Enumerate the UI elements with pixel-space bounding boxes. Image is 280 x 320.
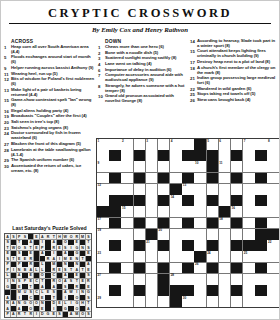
black-cell — [109, 263, 121, 274]
grid-cell[interactable] — [267, 263, 279, 274]
cell-number: 20 — [158, 228, 161, 232]
solution-letter-cell: S — [17, 251, 22, 256]
grid-cell[interactable] — [267, 251, 279, 262]
grid-cell[interactable] — [194, 184, 206, 195]
grid-cell[interactable] — [219, 173, 231, 184]
across-clue-list: 1Heap corn all over South American area … — [4, 45, 95, 174]
grid-cell[interactable] — [121, 251, 133, 262]
grid-cell[interactable] — [267, 296, 279, 307]
grid-cell[interactable]: 7 — [243, 139, 255, 150]
solution-grid: ASPSEARTHWORMSSTAIAOETTWOSTEPRESIGNSESEA… — [4, 233, 92, 318]
solution-letter-cell: E — [45, 290, 50, 295]
grid-cell[interactable] — [158, 184, 170, 195]
solution-letter-cell: P — [5, 312, 10, 317]
solution-letter-cell: L — [63, 301, 68, 306]
solution-black-cell — [80, 306, 85, 311]
black-cell — [182, 285, 194, 296]
grid-cell[interactable] — [219, 195, 231, 206]
solution-letter-cell: G — [74, 245, 79, 250]
grid-cell[interactable]: 10 — [194, 161, 206, 172]
black-cell — [134, 150, 146, 161]
grid-cell[interactable] — [231, 161, 243, 172]
clue-number: 11 — [4, 72, 11, 77]
grid-cell[interactable] — [134, 251, 146, 262]
solution-black-cell — [80, 284, 85, 289]
solution-black-cell — [68, 273, 73, 278]
clue-text: Accentuated the return of cakes, ice cre… — [11, 164, 95, 174]
clue-item: 15Court attendant keeps lighting fires c… — [190, 49, 278, 59]
puzzle-grid[interactable]: 1234567891011121314151617181920212223242… — [96, 138, 280, 308]
clue-text: Indian group possessing large medieval f… — [197, 76, 278, 86]
grid-cell[interactable] — [146, 173, 158, 184]
solution-black-cell — [80, 240, 85, 245]
grid-cell[interactable] — [219, 274, 231, 285]
grid-cell[interactable]: 12 — [97, 184, 109, 195]
grid-cell[interactable] — [231, 229, 243, 240]
cell-number: 4 — [171, 139, 173, 143]
grid-cell[interactable] — [109, 229, 121, 240]
clue-number: 2 — [98, 51, 105, 56]
grid-cell[interactable]: 18 — [219, 218, 231, 229]
grid-cell[interactable] — [194, 240, 206, 251]
solution-letter-cell: E — [57, 301, 62, 306]
solution-letter-cell: S — [22, 234, 27, 239]
solution-black-cell — [22, 251, 27, 256]
solution-letter-cell: P — [5, 267, 10, 272]
grid-cell[interactable] — [121, 263, 133, 274]
grid-cell[interactable] — [158, 161, 170, 172]
grid-cell[interactable]: 8 — [267, 139, 279, 150]
grid-cell[interactable] — [182, 139, 194, 150]
grid-cell[interactable] — [158, 251, 170, 262]
grid-cell[interactable]: 24 — [207, 251, 219, 262]
solution-black-cell — [86, 256, 91, 261]
solution-letter-cell: A — [63, 251, 68, 256]
clue-text: Heap corn all over South American area (… — [11, 45, 95, 55]
grid-cell[interactable] — [243, 195, 255, 206]
clue-text: Computer accessories around aide with au… — [105, 73, 187, 83]
grid-cell[interactable] — [267, 150, 279, 161]
grid-cell[interactable]: 26 — [194, 263, 206, 274]
grid-cell[interactable] — [207, 206, 219, 217]
black-cell — [109, 206, 121, 217]
black-cell — [231, 218, 243, 229]
grid-cell[interactable]: 3 — [146, 139, 158, 150]
grid-cell[interactable] — [121, 274, 133, 285]
grid-cell[interactable] — [231, 274, 243, 285]
grid-cell[interactable] — [182, 229, 194, 240]
clue-item: 24Doctor surrounded by fish in frozen wa… — [4, 131, 95, 141]
grid-cell[interactable] — [194, 206, 206, 217]
grid-cell[interactable] — [243, 218, 255, 229]
grid-cell[interactable] — [170, 161, 182, 172]
grid-cell[interactable] — [255, 161, 267, 172]
grid-cell[interactable] — [182, 161, 194, 172]
grid-cell[interactable] — [134, 139, 146, 150]
solution-black-cell — [22, 262, 27, 267]
grid-cell[interactable] — [243, 274, 255, 285]
solution-letter-cell: N — [80, 290, 85, 295]
clue-item: 14According to hearsay, Slade took part … — [190, 39, 278, 49]
solution-letter-cell: A — [40, 284, 45, 289]
grid-cell[interactable] — [194, 173, 206, 184]
clue-text: A church's first member of the clergy on… — [197, 66, 278, 76]
grid-cell[interactable] — [109, 139, 121, 150]
solution-letter-cell: T — [86, 240, 91, 245]
grid-cell[interactable] — [182, 251, 194, 262]
grid-cell[interactable] — [255, 139, 267, 150]
solution-letter-cell: G — [22, 301, 27, 306]
grid-cell[interactable] — [146, 296, 158, 307]
black-cell — [182, 195, 194, 206]
grid-cell[interactable]: 13 — [182, 184, 194, 195]
solution-letter-cell: I — [74, 290, 79, 295]
grid-cell[interactable] — [109, 161, 121, 172]
solution-letter-cell: T — [22, 312, 27, 317]
black-cell — [158, 218, 170, 229]
grid-cell[interactable] — [170, 229, 182, 240]
grid-cell[interactable] — [182, 274, 194, 285]
grid-cell[interactable]: 29 — [97, 296, 109, 307]
grid-cell[interactable] — [109, 184, 121, 195]
grid-cell[interactable]: 30 — [182, 296, 194, 307]
solution-letter-cell: E — [74, 273, 79, 278]
solution-letter-cell: M — [74, 312, 79, 317]
grid-cell[interactable] — [194, 195, 206, 206]
grid-cell[interactable] — [255, 274, 267, 285]
grid-cell[interactable]: 14 — [170, 195, 182, 206]
grid-cell[interactable] — [170, 150, 182, 161]
grid-cell[interactable] — [146, 274, 158, 285]
black-cell — [170, 285, 182, 296]
grid-cell[interactable] — [194, 285, 206, 296]
black-cell — [134, 240, 146, 251]
solution-letter-cell: A — [68, 312, 73, 317]
grid-cell[interactable] — [267, 274, 279, 285]
cell-number: 13 — [183, 183, 186, 187]
grid-cell[interactable] — [267, 285, 279, 296]
black-cell — [109, 285, 121, 296]
clue-text: Lamebrain at the table swallowing gallon… — [11, 148, 95, 158]
solution-letter-cell: A — [40, 234, 45, 239]
solution-letter-cell: R — [28, 256, 33, 261]
solution-letter-cell: G — [74, 251, 79, 256]
grid-cell[interactable]: 5 — [207, 139, 219, 150]
grid-cell[interactable] — [121, 285, 133, 296]
grid-cell[interactable] — [158, 296, 170, 307]
grid-cell[interactable] — [207, 296, 219, 307]
black-cell — [231, 173, 243, 184]
grid-cell[interactable] — [231, 296, 243, 307]
solution-letter-cell: I — [68, 301, 73, 306]
grid-cell[interactable] — [158, 139, 170, 150]
black-cell — [207, 195, 219, 206]
grid-cell[interactable] — [170, 173, 182, 184]
grid-cell[interactable]: 4 — [170, 139, 182, 150]
grid-cell[interactable] — [134, 229, 146, 240]
grid-cell[interactable] — [121, 218, 133, 229]
grid-cell[interactable]: 21 — [146, 240, 158, 251]
solution-letter-cell: S — [51, 290, 56, 295]
grid-cell[interactable] — [109, 251, 121, 262]
grid-cell[interactable] — [121, 240, 133, 251]
grid-cell[interactable] — [255, 251, 267, 262]
grid-cell[interactable] — [194, 274, 206, 285]
black-cell — [207, 285, 219, 296]
grid-cell[interactable] — [170, 218, 182, 229]
title-rule — [9, 23, 271, 25]
solution-letter-cell: R — [86, 279, 91, 284]
cell-number: 28 — [171, 273, 174, 277]
grid-cell[interactable]: 16 — [231, 206, 243, 217]
cell-number: 30 — [183, 296, 186, 300]
grid-cell[interactable] — [109, 274, 121, 285]
grid-cell[interactable]: 22 — [267, 240, 279, 251]
grid-cell[interactable] — [121, 184, 133, 195]
clue-number: 17 — [190, 60, 197, 65]
solution-letter-cell: P — [22, 279, 27, 284]
grid-cell[interactable] — [231, 184, 243, 195]
black-cell — [134, 285, 146, 296]
grid-cell[interactable]: 17 — [97, 218, 109, 229]
solution-letter-cell: M — [63, 256, 68, 261]
grid-cell[interactable] — [243, 161, 255, 172]
solution-letter-cell: N — [74, 262, 79, 267]
clue-number: 8 — [98, 84, 105, 94]
solution-black-cell — [22, 240, 27, 245]
solution-letter-cell: E — [86, 284, 91, 289]
grid-cell[interactable]: 6 — [219, 139, 231, 150]
solution-letter-cell: I — [40, 240, 45, 245]
solution-letter-cell: E — [74, 240, 79, 245]
grid-cell[interactable] — [243, 263, 255, 274]
cell-number: 19 — [98, 228, 101, 232]
grid-cell[interactable] — [121, 173, 133, 184]
grid-cell[interactable] — [97, 173, 109, 184]
solution-letter-cell: N — [74, 256, 79, 261]
solution-black-cell — [80, 262, 85, 267]
solution-letter-cell: N — [17, 301, 22, 306]
grid-cell[interactable] — [194, 229, 206, 240]
grid-cell[interactable] — [219, 263, 231, 274]
grid-cell[interactable] — [170, 251, 182, 262]
black-cell — [255, 263, 267, 274]
grid-cell[interactable] — [207, 184, 219, 195]
grid-cell[interactable]: 15 — [121, 206, 133, 217]
grid-cell[interactable] — [231, 251, 243, 262]
grid-cell[interactable]: 1 — [97, 139, 109, 150]
solution-black-cell — [45, 251, 50, 256]
grid-cell[interactable] — [146, 195, 158, 206]
solution-letter-cell: T — [51, 234, 56, 239]
across-clues-column: ACROSS 1Heap corn all over South America… — [4, 39, 95, 174]
black-cell — [109, 150, 121, 161]
clue-number: 21 — [190, 76, 197, 86]
clue-number: 14 — [190, 39, 197, 49]
solution-letter-cell: R — [51, 279, 56, 284]
solution-letter-cell: I — [17, 295, 22, 300]
clue-number: 9 — [4, 66, 11, 71]
solution-letter-cell: R — [74, 284, 79, 289]
grid-cell[interactable]: 28 — [170, 274, 182, 285]
solution-letter-cell: A — [51, 284, 56, 289]
solution-letter-cell: O — [34, 301, 39, 306]
solution-letter-cell: S — [28, 290, 33, 295]
solution-letter-cell: T — [40, 279, 45, 284]
grid-cell[interactable] — [255, 184, 267, 195]
grid-cell[interactable] — [243, 206, 255, 217]
grid-cell[interactable] — [182, 206, 194, 217]
grid-cell[interactable] — [170, 263, 182, 274]
grid-cell[interactable]: 27 — [97, 274, 109, 285]
black-cell — [194, 150, 206, 161]
grid-cell[interactable]: 25 — [243, 251, 255, 262]
grid-cell[interactable] — [146, 285, 158, 296]
solution-letter-cell: A — [74, 267, 79, 272]
grid-cell[interactable] — [146, 184, 158, 195]
grid-cell[interactable] — [231, 139, 243, 150]
grid-cell[interactable] — [134, 274, 146, 285]
solution-letter-cell: T — [74, 279, 79, 284]
grid-cell[interactable] — [146, 150, 158, 161]
clue-text: Floods exchanges around start of month (… — [11, 55, 95, 65]
grid-cell[interactable] — [170, 240, 182, 251]
grid-cell[interactable] — [134, 161, 146, 172]
grid-cell[interactable] — [219, 296, 231, 307]
grid-cell[interactable] — [97, 263, 109, 274]
black-cell — [194, 251, 206, 262]
solution-letter-cell: E — [86, 251, 91, 256]
solution-black-cell — [34, 273, 39, 278]
clue-item: 15Game-show contestant spelt "Ian" wrong… — [4, 98, 95, 108]
solution-letter-cell: S — [86, 295, 91, 300]
clue-number: 28 — [4, 148, 11, 158]
grid-cell[interactable]: 11 — [219, 161, 231, 172]
grid-cell[interactable] — [134, 296, 146, 307]
grid-cell[interactable] — [146, 218, 158, 229]
grid-cell[interactable] — [255, 296, 267, 307]
grid-cell[interactable] — [243, 150, 255, 161]
solution-letter-cell: N — [40, 301, 45, 306]
grid-cell[interactable] — [243, 173, 255, 184]
solution-letter-cell: I — [34, 312, 39, 317]
solution-letter-cell: S — [63, 284, 68, 289]
solution-letter-cell: G — [63, 306, 68, 311]
grid-cell[interactable] — [170, 206, 182, 217]
solution-letter-cell: O — [74, 306, 79, 311]
clue-number: 4 — [98, 62, 105, 67]
grid-cell[interactable] — [219, 285, 231, 296]
solution-letter-cell: G — [74, 301, 79, 306]
grid-cell[interactable] — [97, 285, 109, 296]
solution-letter-cell: A — [40, 251, 45, 256]
grid-cell[interactable] — [146, 161, 158, 172]
grid-cell[interactable] — [109, 296, 121, 307]
black-cell — [134, 195, 146, 206]
grid-cell[interactable] — [97, 150, 109, 161]
grid-cell[interactable] — [146, 263, 158, 274]
grid-cell[interactable] — [97, 240, 109, 251]
grid-cell[interactable] — [146, 206, 158, 217]
solution-letter-cell: O — [74, 295, 79, 300]
clue-item: 10Grand old pronoun associated with nove… — [98, 94, 187, 104]
grid-cell[interactable] — [121, 150, 133, 161]
black-cell — [207, 263, 219, 274]
grid-cell[interactable] — [243, 184, 255, 195]
solution-black-cell — [57, 262, 62, 267]
black-cell — [158, 173, 170, 184]
clue-text: Court attendant keeps lighting fires cri… — [197, 49, 278, 59]
grid-cell[interactable]: 9 — [97, 161, 109, 172]
grid-cell[interactable] — [267, 161, 279, 172]
clue-number: 24 — [4, 131, 11, 141]
grid-cell[interactable] — [243, 285, 255, 296]
grid-cell[interactable] — [255, 206, 267, 217]
clue-number: 22 — [190, 87, 197, 92]
grid-cell[interactable] — [243, 229, 255, 240]
grid-cell[interactable] — [146, 251, 158, 262]
grid-cell[interactable] — [121, 296, 133, 307]
cell-number: 27 — [98, 273, 101, 277]
grid-cell[interactable] — [219, 150, 231, 161]
solution-letter-cell: O — [57, 279, 62, 284]
grid-cell[interactable] — [207, 229, 219, 240]
solution-letter-cell: R — [28, 312, 33, 317]
grid-cell[interactable]: 19 — [97, 229, 109, 240]
grid-cell[interactable] — [219, 229, 231, 240]
grid-cell[interactable] — [267, 195, 279, 206]
solution-letter-cell: N — [80, 245, 85, 250]
black-cell — [158, 263, 170, 274]
grid-cell[interactable] — [219, 184, 231, 195]
clue-item: 18A church's first member of the clergy … — [190, 66, 278, 76]
solution-letter-cell: M — [51, 262, 56, 267]
grid-cell[interactable]: 23 — [97, 251, 109, 262]
grid-cell[interactable] — [134, 206, 146, 217]
solution-letter-cell: I — [51, 306, 56, 311]
solution-black-cell — [22, 273, 27, 278]
solution-letter-cell: E — [17, 256, 22, 261]
grid-cell[interactable]: 20 — [158, 229, 170, 240]
black-cell — [158, 195, 170, 206]
grid-cell[interactable] — [134, 184, 146, 195]
grid-cell[interactable] — [219, 251, 231, 262]
cell-number: 24 — [207, 251, 210, 255]
solution-black-cell — [40, 256, 45, 261]
grid-cell[interactable] — [267, 173, 279, 184]
cell-number: 25 — [244, 251, 247, 255]
solution-letter-cell: S — [63, 245, 68, 250]
grid-cell[interactable] — [194, 296, 206, 307]
solution-letter-cell: C — [34, 290, 39, 295]
solution-letter-cell: O — [80, 312, 85, 317]
grid-cell[interactable] — [121, 161, 133, 172]
grid-cell[interactable] — [267, 218, 279, 229]
grid-cell[interactable] — [121, 229, 133, 240]
solution-black-cell — [57, 295, 62, 300]
solution-letter-cell: E — [57, 245, 62, 250]
solution-letter-cell: I — [5, 279, 10, 284]
grid-cell[interactable] — [219, 240, 231, 251]
grid-cell[interactable] — [243, 296, 255, 307]
grid-cell[interactable]: 2 — [121, 139, 133, 150]
grid-cell[interactable] — [97, 195, 109, 206]
grid-cell[interactable] — [267, 206, 279, 217]
grid-cell[interactable] — [194, 218, 206, 229]
grid-cell[interactable] — [158, 206, 170, 217]
grid-cell[interactable] — [207, 274, 219, 285]
grid-cell[interactable] — [267, 184, 279, 195]
